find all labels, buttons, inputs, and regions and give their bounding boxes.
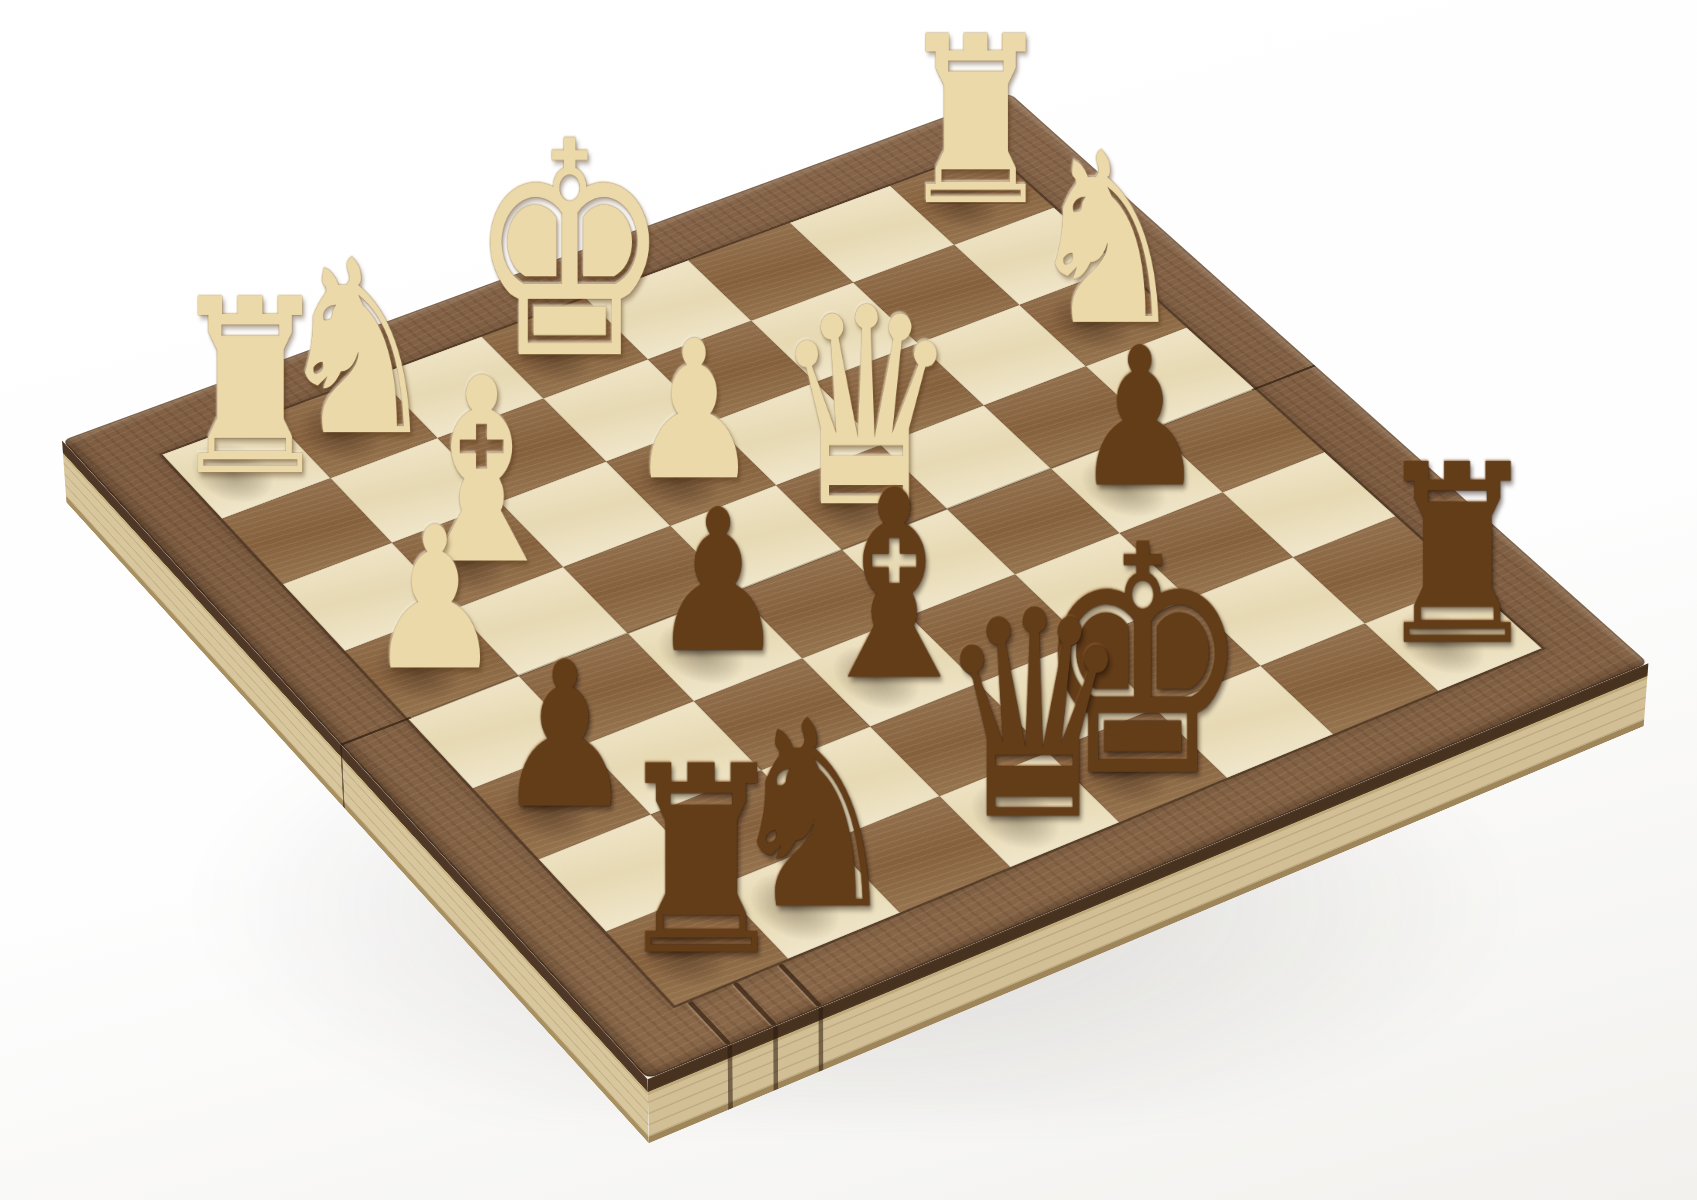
black-pawn-glyph: ♟ — [651, 484, 786, 681]
frame-groove-side — [773, 1025, 778, 1091]
frame-groove-side — [728, 1044, 733, 1110]
chess-board: ♜♚♞♜♞♟♝♛♟♟♟♝♟♚♛♜♞♜ — [62, 93, 1648, 1079]
black-rook-glyph: ♜ — [1372, 432, 1542, 680]
black-rook-glyph: ♜ — [613, 732, 791, 991]
black-queen-glyph: ♛ — [936, 574, 1132, 860]
white-pawn-glyph: ♟ — [368, 501, 503, 698]
hinge-seam-side — [340, 744, 345, 809]
board-perspective-wrapper: ♜♚♞♜♞♟♝♛♟♟♟♝♟♚♛♜♞♜ — [267, 0, 1417, 1125]
product-photo-scene: ♜♚♞♜♞♟♝♛♟♟♟♝♟♚♛♜♞♜ — [0, 0, 1697, 1200]
frame-groove-side — [819, 1006, 824, 1072]
